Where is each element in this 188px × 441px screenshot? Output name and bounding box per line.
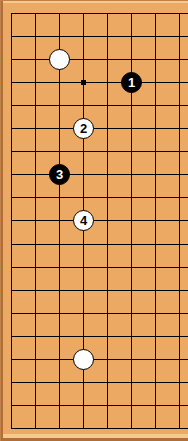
go-board: 1234 — [0, 0, 188, 441]
grid-line-vertical — [35, 13, 36, 429]
grid-line-horizontal — [11, 82, 188, 83]
hoshi-star-point-marker — [81, 80, 86, 85]
grid-line-horizontal — [11, 336, 188, 337]
grid-line-horizontal — [11, 267, 188, 268]
stone-white-move-2: 2 — [73, 118, 94, 139]
board-bevel-left-inner — [1, 1, 3, 441]
grid-line-vertical — [179, 13, 180, 429]
grid-line-horizontal — [11, 13, 188, 14]
stone-black-move-1: 1 — [121, 72, 142, 93]
grid-line-vertical — [155, 13, 156, 429]
grid-line-horizontal — [11, 313, 188, 314]
stone-white-plain — [49, 49, 70, 70]
grid-line-horizontal — [11, 105, 188, 106]
stone-move-number: 3 — [56, 168, 63, 181]
stone-white-plain — [73, 349, 94, 370]
board-bevel-left-outer — [0, 0, 1, 441]
grid-line-horizontal — [11, 405, 188, 406]
stone-move-number: 4 — [80, 214, 87, 227]
grid-line-vertical — [107, 13, 108, 429]
grid-line-horizontal — [11, 151, 188, 152]
grid-line-horizontal — [11, 220, 188, 221]
grid-line-horizontal — [11, 290, 188, 291]
stone-white-move-4: 4 — [73, 210, 94, 231]
stone-black-move-3: 3 — [49, 164, 70, 185]
grid-line-horizontal — [11, 244, 188, 245]
grid-line-horizontal — [11, 428, 188, 429]
grid-line-horizontal — [11, 382, 188, 383]
board-bevel-top-inner — [0, 1, 188, 3]
grid-line-horizontal — [11, 359, 188, 360]
grid-line-horizontal — [11, 174, 188, 175]
grid-line-horizontal — [11, 128, 188, 129]
stone-move-number: 2 — [80, 122, 87, 135]
grid-line-horizontal — [11, 36, 188, 37]
grid-line-vertical — [11, 13, 12, 429]
grid-line-vertical — [59, 13, 60, 429]
grid-line-horizontal — [11, 197, 188, 198]
grid-line-horizontal — [11, 59, 188, 60]
stone-move-number: 1 — [128, 76, 135, 89]
